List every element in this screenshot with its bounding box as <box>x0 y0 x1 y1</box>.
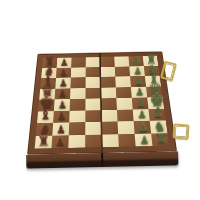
square-d8 <box>146 86 163 97</box>
square-e7 <box>132 97 149 109</box>
square-c8 <box>145 76 161 87</box>
square-h8 <box>151 133 169 146</box>
square-c1 <box>40 78 56 89</box>
fold-seam <box>99 53 103 153</box>
black-pawn-glyph: ♟ <box>134 76 143 86</box>
square-h6 <box>118 134 135 147</box>
square-b6 <box>115 66 130 76</box>
white-pawn-glyph: ♟ <box>56 124 66 135</box>
square-e2 <box>54 99 70 111</box>
square-c5 <box>100 77 115 88</box>
square-e3 <box>70 99 86 111</box>
square-d3 <box>70 88 86 99</box>
square-f7 <box>133 109 150 121</box>
square-c6 <box>115 76 131 87</box>
square-d1 <box>39 88 55 99</box>
white-bishop-glyph: ♝ <box>42 74 54 88</box>
black-queen-glyph: ♛ <box>148 81 162 97</box>
square-h3 <box>68 135 85 148</box>
square-h4 <box>85 134 102 147</box>
chess-board: ♜♟♟♜♞♟♟♞♝♟♟♝♛♟♟♛♚♟♟♚♝♟♟♝♞♟♟♞♜♟♟♜ <box>27 51 177 154</box>
square-b1 <box>41 68 56 78</box>
white-knight-glyph: ♞ <box>38 121 50 135</box>
white-pawn-glyph: ♟ <box>55 136 65 147</box>
square-g7 <box>134 121 151 134</box>
black-pawn-glyph: ♟ <box>137 110 147 121</box>
board-tilt-group: ♜♟♟♜♞♟♟♞♝♟♟♝♛♟♟♛♚♟♟♚♝♟♟♝♞♟♟♞♜♟♟♜ <box>0 0 200 200</box>
white-pawn-glyph: ♟ <box>56 111 66 122</box>
square-e4 <box>85 98 101 110</box>
square-b7 <box>129 66 145 76</box>
square-d2 <box>55 88 71 99</box>
white-bishop-glyph: ♝ <box>38 108 51 122</box>
square-a2 <box>57 58 72 68</box>
black-king-glyph: ♚ <box>148 91 163 108</box>
square-d5 <box>101 87 117 98</box>
white-knight-glyph: ♞ <box>43 65 54 77</box>
black-bishop-glyph: ♝ <box>151 106 164 120</box>
square-f4 <box>85 110 101 122</box>
product-photo: ♜♟♟♜♞♟♟♞♝♟♟♝♛♟♟♛♚♟♟♚♝♟♟♝♞♟♟♞♜♟♟♜ <box>0 0 200 200</box>
square-c4 <box>86 77 101 88</box>
black-knight-glyph: ♞ <box>153 119 165 133</box>
white-rook-glyph: ♜ <box>37 134 50 148</box>
square-a3 <box>71 57 86 67</box>
square-g4 <box>85 122 101 135</box>
square-d4 <box>85 87 100 98</box>
square-f8 <box>148 109 165 121</box>
chessboard-scene: ♜♟♟♜♞♟♟♞♝♟♟♝♛♟♟♛♚♟♟♚♝♟♟♝♞♟♟♞♜♟♟♜ <box>0 0 200 200</box>
square-c3 <box>70 77 85 88</box>
white-pawn-glyph: ♟ <box>59 67 68 77</box>
white-queen-glyph: ♛ <box>40 83 54 99</box>
black-pawn-glyph: ♟ <box>132 56 141 66</box>
square-f1 <box>37 111 54 123</box>
square-b2 <box>56 67 71 77</box>
black-pawn-glyph: ♟ <box>139 135 149 146</box>
square-h1 <box>35 135 53 148</box>
square-b4 <box>86 67 101 77</box>
square-a6 <box>114 56 129 66</box>
square-g2 <box>52 122 69 135</box>
white-pawn-glyph: ♟ <box>57 100 66 110</box>
square-g6 <box>118 121 135 134</box>
square-d6 <box>116 87 132 98</box>
square-f5 <box>101 110 117 122</box>
white-pawn-glyph: ♟ <box>60 57 69 67</box>
square-e1 <box>38 99 54 111</box>
brass-clasp-icon <box>172 123 189 139</box>
square-h5 <box>102 134 119 147</box>
square-f3 <box>69 110 85 122</box>
white-pawn-glyph: ♟ <box>58 88 67 98</box>
board-front-edge <box>26 151 178 168</box>
square-e5 <box>101 98 117 110</box>
square-a8 <box>143 56 159 66</box>
square-e6 <box>116 98 132 110</box>
white-rook-glyph: ♜ <box>44 55 55 67</box>
square-g3 <box>69 122 86 135</box>
square-g5 <box>101 121 118 134</box>
square-f2 <box>53 110 70 122</box>
black-knight-glyph: ♞ <box>146 63 157 75</box>
black-pawn-glyph: ♟ <box>133 66 142 76</box>
square-e8 <box>147 97 164 109</box>
square-h7 <box>135 133 153 146</box>
black-pawn-glyph: ♟ <box>138 122 148 133</box>
square-a4 <box>86 57 101 67</box>
white-king-glyph: ♚ <box>38 93 53 110</box>
square-f6 <box>117 109 134 121</box>
white-pawn-glyph: ♟ <box>58 78 67 88</box>
black-rook-glyph: ♜ <box>145 53 156 65</box>
black-bishop-glyph: ♝ <box>147 72 159 86</box>
square-b8 <box>144 66 160 76</box>
square-g8 <box>150 120 168 133</box>
square-b5 <box>100 66 115 76</box>
black-pawn-glyph: ♟ <box>135 87 144 97</box>
square-a5 <box>100 57 115 67</box>
square-d7 <box>131 86 147 97</box>
front-fold-seam <box>101 153 103 167</box>
pieces-layer: ♜♟♟♜♞♟♟♞♝♟♟♝♛♟♟♛♚♟♟♚♝♟♟♝♞♟♟♞♜♟♟♜ <box>27 52 177 155</box>
square-c7 <box>130 76 146 87</box>
black-rook-glyph: ♜ <box>154 131 167 145</box>
square-g1 <box>36 123 53 136</box>
square-b3 <box>71 67 86 77</box>
board-grid <box>35 56 170 149</box>
square-h2 <box>51 135 68 148</box>
square-a1 <box>42 58 57 68</box>
square-a7 <box>129 56 144 66</box>
black-pawn-glyph: ♟ <box>136 98 145 108</box>
square-c2 <box>55 78 70 89</box>
